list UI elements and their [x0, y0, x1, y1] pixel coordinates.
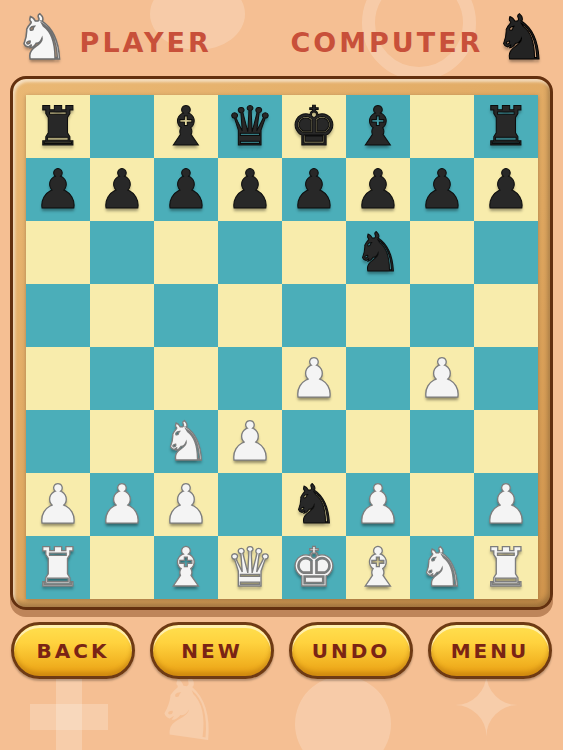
square-d4[interactable]	[218, 347, 282, 410]
board: ♜♝♛♚♝♜♟♟♟♟♟♟♟♟♞♟♟♞♟♟♟♟♞♟♟♜♝♛♚♝♞♜	[26, 95, 538, 599]
square-b6[interactable]	[90, 221, 154, 284]
white-bishop: ♝	[354, 536, 402, 599]
square-a7[interactable]: ♟	[26, 158, 90, 221]
black-pawn: ♟	[98, 158, 146, 221]
square-c4[interactable]	[154, 347, 218, 410]
menu-button[interactable]: MENU	[428, 622, 552, 679]
square-b8[interactable]	[90, 95, 154, 158]
square-e1[interactable]: ♚	[282, 536, 346, 599]
square-b1[interactable]	[90, 536, 154, 599]
white-bishop: ♝	[162, 536, 210, 599]
square-a1[interactable]: ♜	[26, 536, 90, 599]
square-h8[interactable]: ♜	[474, 95, 538, 158]
black-pawn: ♟	[354, 158, 402, 221]
square-h4[interactable]	[474, 347, 538, 410]
black-queen: ♛	[226, 95, 274, 158]
square-g4[interactable]: ♟	[410, 347, 474, 410]
square-c2[interactable]: ♟	[154, 473, 218, 536]
back-button[interactable]: BACK	[11, 622, 135, 679]
square-h7[interactable]: ♟	[474, 158, 538, 221]
square-b4[interactable]	[90, 347, 154, 410]
square-d6[interactable]	[218, 221, 282, 284]
square-d3[interactable]: ♟	[218, 410, 282, 473]
square-c3[interactable]: ♞	[154, 410, 218, 473]
black-pawn: ♟	[290, 158, 338, 221]
undo-button[interactable]: UNDO	[289, 622, 413, 679]
square-e3[interactable]	[282, 410, 346, 473]
player-side: ♞ PLAYER	[14, 3, 212, 73]
square-d5[interactable]	[218, 284, 282, 347]
black-pawn: ♟	[418, 158, 466, 221]
square-c6[interactable]	[154, 221, 218, 284]
square-h3[interactable]	[474, 410, 538, 473]
square-f2[interactable]: ♟	[346, 473, 410, 536]
black-pawn: ♟	[482, 158, 530, 221]
square-g8[interactable]	[410, 95, 474, 158]
square-h5[interactable]	[474, 284, 538, 347]
square-f8[interactable]: ♝	[346, 95, 410, 158]
square-f7[interactable]: ♟	[346, 158, 410, 221]
square-g6[interactable]	[410, 221, 474, 284]
square-d2[interactable]	[218, 473, 282, 536]
decor-cross-shape	[30, 704, 108, 730]
square-g5[interactable]	[410, 284, 474, 347]
black-knight-icon: ♞	[493, 3, 549, 73]
square-g3[interactable]	[410, 410, 474, 473]
square-b5[interactable]	[90, 284, 154, 347]
white-pawn: ♟	[162, 473, 210, 536]
white-knight: ♞	[418, 536, 466, 599]
board-frame: ♜♝♛♚♝♜♟♟♟♟♟♟♟♟♞♟♟♞♟♟♟♟♞♟♟♜♝♛♚♝♞♜	[10, 76, 553, 610]
square-a2[interactable]: ♟	[26, 473, 90, 536]
computer-side: COMPUTER ♞	[290, 3, 549, 73]
square-h6[interactable]	[474, 221, 538, 284]
square-h1[interactable]: ♜	[474, 536, 538, 599]
square-e4[interactable]: ♟	[282, 347, 346, 410]
black-bishop: ♝	[354, 95, 402, 158]
square-e5[interactable]	[282, 284, 346, 347]
square-h2[interactable]: ♟	[474, 473, 538, 536]
button-bar: BACK NEW UNDO MENU	[0, 622, 563, 679]
square-b7[interactable]: ♟	[90, 158, 154, 221]
square-g2[interactable]	[410, 473, 474, 536]
square-a4[interactable]	[26, 347, 90, 410]
square-b2[interactable]: ♟	[90, 473, 154, 536]
square-c7[interactable]: ♟	[154, 158, 218, 221]
square-a3[interactable]	[26, 410, 90, 473]
black-rook: ♜	[482, 95, 530, 158]
white-knight: ♞	[162, 410, 210, 473]
square-a5[interactable]	[26, 284, 90, 347]
square-f6[interactable]: ♞	[346, 221, 410, 284]
square-g1[interactable]: ♞	[410, 536, 474, 599]
square-c1[interactable]: ♝	[154, 536, 218, 599]
new-game-button[interactable]: NEW	[150, 622, 274, 679]
black-knight: ♞	[290, 473, 338, 536]
white-pawn: ♟	[482, 473, 530, 536]
square-a6[interactable]	[26, 221, 90, 284]
square-d8[interactable]: ♛	[218, 95, 282, 158]
square-g7[interactable]: ♟	[410, 158, 474, 221]
square-d7[interactable]: ♟	[218, 158, 282, 221]
white-pawn: ♟	[226, 410, 274, 473]
square-b3[interactable]	[90, 410, 154, 473]
square-f1[interactable]: ♝	[346, 536, 410, 599]
square-e6[interactable]	[282, 221, 346, 284]
black-rook: ♜	[34, 95, 82, 158]
square-f3[interactable]	[346, 410, 410, 473]
white-king: ♚	[290, 536, 338, 599]
black-pawn: ♟	[34, 158, 82, 221]
square-c8[interactable]: ♝	[154, 95, 218, 158]
white-knight-icon: ♞	[14, 3, 70, 73]
square-e7[interactable]: ♟	[282, 158, 346, 221]
black-pawn: ♟	[226, 158, 274, 221]
white-pawn: ♟	[418, 347, 466, 410]
square-d1[interactable]: ♛	[218, 536, 282, 599]
white-queen: ♛	[226, 536, 274, 599]
white-rook: ♜	[34, 536, 82, 599]
white-pawn: ♟	[98, 473, 146, 536]
player-label: PLAYER	[80, 27, 212, 58]
square-c5[interactable]	[154, 284, 218, 347]
white-pawn: ♟	[290, 347, 338, 410]
white-rook: ♜	[482, 536, 530, 599]
square-f5[interactable]	[346, 284, 410, 347]
square-f4[interactable]	[346, 347, 410, 410]
header: ♞ PLAYER COMPUTER ♞	[0, 0, 563, 76]
square-e2[interactable]: ♞	[282, 473, 346, 536]
square-a8[interactable]: ♜	[26, 95, 90, 158]
white-pawn: ♟	[34, 473, 82, 536]
decor-circle-shape	[295, 676, 391, 750]
black-knight: ♞	[354, 221, 402, 284]
square-e8[interactable]: ♚	[282, 95, 346, 158]
black-king: ♚	[290, 95, 338, 158]
computer-label: COMPUTER	[290, 27, 483, 58]
black-pawn: ♟	[162, 158, 210, 221]
white-pawn: ♟	[354, 473, 402, 536]
black-bishop: ♝	[162, 95, 210, 158]
